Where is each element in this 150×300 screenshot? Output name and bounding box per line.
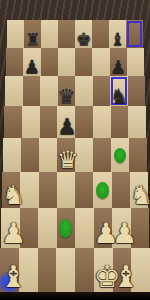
square-c7[interactable]	[41, 48, 58, 76]
board-front-edge	[0, 292, 150, 300]
square-b7[interactable]: ♟	[23, 48, 40, 76]
square-d7[interactable]	[58, 48, 75, 76]
black-pawn-piece: ♟	[57, 116, 75, 138]
square-f3[interactable]	[93, 172, 111, 208]
black-bishop-piece: ♝	[109, 31, 126, 48]
square-e2[interactable]	[75, 208, 94, 248]
square-h6[interactable]	[128, 76, 146, 106]
white-pawn-piece: ♟	[94, 220, 113, 248]
square-f1[interactable]: ♚	[94, 248, 113, 292]
black-knight-piece: ♞	[110, 86, 128, 106]
square-h8[interactable]	[126, 20, 143, 48]
square-a8[interactable]	[7, 20, 24, 48]
square-e4[interactable]	[75, 138, 93, 172]
square-d6[interactable]: ♛	[58, 76, 76, 106]
square-g3[interactable]	[112, 172, 130, 208]
square-g5[interactable]	[111, 106, 129, 138]
board-row-rank-1: ♝♚♝	[0, 248, 150, 292]
square-h2[interactable]	[131, 208, 150, 248]
square-f4[interactable]	[93, 138, 111, 172]
square-g7[interactable]: ♟	[110, 48, 127, 76]
white-queen-piece: ♛	[57, 148, 75, 172]
square-f7[interactable]	[92, 48, 109, 76]
square-f2[interactable]: ♟	[94, 208, 113, 248]
black-rook-piece: ♜	[24, 31, 41, 48]
square-a5[interactable]	[4, 106, 22, 138]
square-a3[interactable]: ♞	[2, 172, 20, 208]
square-h7[interactable]	[127, 48, 144, 76]
square-d5[interactable]: ♟	[57, 106, 75, 138]
white-pawn-piece: ♟	[1, 220, 20, 248]
square-c4[interactable]	[39, 138, 57, 172]
square-c6[interactable]	[40, 76, 58, 106]
square-g8[interactable]: ♝	[109, 20, 126, 48]
square-e7[interactable]	[75, 48, 92, 76]
square-h4[interactable]	[129, 138, 147, 172]
square-c8[interactable]	[41, 20, 58, 48]
square-d2[interactable]	[57, 208, 76, 248]
square-e8[interactable]: ♚	[75, 20, 92, 48]
square-c2[interactable]	[38, 208, 57, 248]
square-f8[interactable]	[92, 20, 109, 48]
square-c3[interactable]	[39, 172, 57, 208]
black-pawn-piece: ♟	[23, 58, 40, 76]
square-e3[interactable]	[75, 172, 93, 208]
square-a1[interactable]: ♝	[0, 248, 19, 292]
black-queen-piece: ♛	[58, 86, 76, 106]
white-knight-piece: ♞	[2, 182, 20, 208]
square-g1[interactable]: ♝	[113, 248, 132, 292]
square-g2[interactable]: ♟	[112, 208, 131, 248]
white-king-piece: ♚	[94, 262, 113, 292]
square-d8[interactable]	[58, 20, 75, 48]
white-pawn-piece: ♟	[112, 220, 131, 248]
board-row-rank-8: ♜♚♝	[7, 20, 143, 48]
square-b6[interactable]	[23, 76, 41, 106]
square-d3[interactable]	[57, 172, 75, 208]
board-row-rank-2: ♟♟♟	[1, 208, 149, 248]
board-row-rank-7: ♟♟	[6, 48, 144, 76]
square-e5[interactable]	[75, 106, 93, 138]
square-b2[interactable]	[20, 208, 39, 248]
square-h3[interactable]: ♞	[130, 172, 148, 208]
square-h5[interactable]	[128, 106, 146, 138]
square-c1[interactable]	[38, 248, 57, 292]
square-a6[interactable]	[5, 76, 23, 106]
legal-move-dot[interactable]	[96, 182, 109, 199]
square-d1[interactable]	[56, 248, 75, 292]
square-b5[interactable]	[22, 106, 40, 138]
white-knight-piece: ♞	[130, 182, 148, 208]
square-b1[interactable]	[19, 248, 38, 292]
square-c5[interactable]	[40, 106, 58, 138]
chess-board: ♜♚♝♟♟♛♞♟♛♞♞♟♟♟♝♚♝	[0, 20, 150, 292]
board-row-rank-3: ♞♞	[2, 172, 148, 208]
square-h1[interactable]	[131, 248, 150, 292]
square-e1[interactable]	[75, 248, 94, 292]
square-a2[interactable]: ♟	[1, 208, 20, 248]
square-g6[interactable]: ♞	[110, 76, 128, 106]
square-g4[interactable]	[111, 138, 129, 172]
black-pawn-piece: ♟	[110, 58, 127, 76]
board-row-rank-4: ♛	[3, 138, 147, 172]
legal-move-dot[interactable]	[114, 148, 127, 164]
black-king-piece: ♚	[75, 31, 92, 48]
white-bishop-piece: ♝	[113, 262, 132, 292]
chess-app-screen: ♜♚♝♟♟♛♞♟♛♞♞♟♟♟♝♚♝	[0, 0, 150, 300]
board-row-rank-5: ♟	[4, 106, 146, 138]
square-f6[interactable]	[93, 76, 111, 106]
square-b3[interactable]	[20, 172, 38, 208]
square-b8[interactable]: ♜	[24, 20, 41, 48]
board-row-rank-6: ♛♞	[5, 76, 145, 106]
legal-move-dot[interactable]	[59, 219, 72, 237]
square-d4[interactable]: ♛	[57, 138, 75, 172]
square-e6[interactable]	[75, 76, 93, 106]
square-b4[interactable]	[21, 138, 39, 172]
square-f5[interactable]	[93, 106, 111, 138]
square-a4[interactable]	[3, 138, 21, 172]
square-a7[interactable]	[6, 48, 23, 76]
